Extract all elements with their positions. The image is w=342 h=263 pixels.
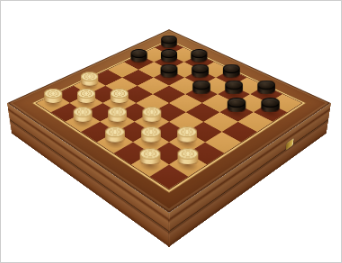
checker-top bbox=[73, 107, 92, 117]
checker-top bbox=[261, 98, 279, 108]
checker-top bbox=[105, 127, 125, 138]
checker-top bbox=[161, 49, 177, 58]
checker-top bbox=[77, 89, 95, 99]
checker-top bbox=[225, 80, 243, 90]
checker-top bbox=[142, 107, 161, 117]
checker-top bbox=[161, 64, 178, 73]
checker-top bbox=[227, 98, 245, 108]
checker-top bbox=[257, 80, 275, 90]
photo-canvas bbox=[0, 0, 342, 263]
checker-top bbox=[193, 80, 211, 90]
checker-top bbox=[191, 49, 207, 58]
checker-top bbox=[131, 49, 147, 58]
light-checker-c6[interactable] bbox=[110, 89, 128, 107]
checker-top bbox=[161, 35, 177, 44]
checker-top bbox=[108, 107, 127, 117]
checker-top bbox=[178, 148, 198, 159]
checker-top bbox=[81, 72, 98, 82]
checker-top bbox=[192, 64, 209, 73]
checker-top bbox=[141, 127, 161, 138]
checker-top bbox=[44, 89, 62, 99]
checker-top bbox=[223, 64, 240, 73]
checker-top bbox=[177, 127, 197, 138]
checker-top bbox=[140, 148, 160, 159]
brass-latch-icon[interactable] bbox=[286, 138, 294, 150]
checker-top bbox=[110, 89, 128, 99]
checkers-box bbox=[7, 30, 330, 213]
